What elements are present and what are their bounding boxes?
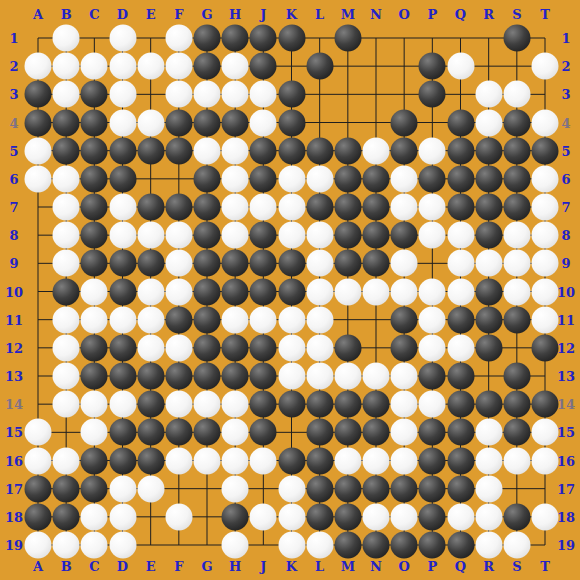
white-stone — [447, 222, 474, 249]
black-stone — [81, 137, 108, 164]
white-stone — [419, 306, 446, 333]
col-label-bottom: A — [33, 559, 43, 574]
black-stone — [391, 306, 418, 333]
black-stone — [334, 532, 361, 559]
white-stone — [532, 222, 559, 249]
white-stone — [25, 137, 52, 164]
black-stone — [419, 363, 446, 390]
white-stone — [391, 165, 418, 192]
black-stone — [475, 334, 502, 361]
black-stone — [503, 503, 530, 530]
black-stone — [503, 165, 530, 192]
black-stone — [334, 194, 361, 221]
row-label-left: 1 — [9, 31, 18, 46]
black-stone — [137, 419, 164, 446]
white-stone — [81, 391, 108, 418]
black-stone — [194, 165, 221, 192]
white-stone — [475, 475, 502, 502]
black-stone — [475, 391, 502, 418]
white-stone — [447, 53, 474, 80]
white-stone — [250, 503, 277, 530]
black-stone — [194, 419, 221, 446]
col-label-bottom: M — [341, 559, 355, 574]
white-stone — [334, 447, 361, 474]
black-stone — [419, 81, 446, 108]
white-stone — [250, 81, 277, 108]
black-stone — [109, 137, 136, 164]
black-stone — [503, 194, 530, 221]
white-stone — [532, 165, 559, 192]
black-stone — [363, 165, 390, 192]
white-stone — [194, 391, 221, 418]
col-label-top: D — [117, 7, 128, 22]
white-stone — [53, 53, 80, 80]
white-stone — [363, 447, 390, 474]
row-label-left: 6 — [9, 171, 18, 186]
black-stone — [53, 278, 80, 305]
black-stone — [363, 250, 390, 277]
black-stone — [194, 53, 221, 80]
white-stone — [278, 306, 305, 333]
white-stone — [25, 532, 52, 559]
white-stone — [532, 503, 559, 530]
col-label-top: S — [512, 7, 521, 22]
white-stone — [475, 503, 502, 530]
black-stone — [222, 25, 249, 52]
black-stone — [81, 222, 108, 249]
white-stone — [306, 334, 333, 361]
white-stone — [419, 334, 446, 361]
col-label-bottom: L — [315, 559, 324, 574]
row-label-right: 17 — [557, 481, 575, 496]
black-stone — [503, 363, 530, 390]
black-stone — [25, 81, 52, 108]
black-stone — [194, 334, 221, 361]
black-stone — [81, 363, 108, 390]
black-stone — [503, 25, 530, 52]
white-stone — [278, 363, 305, 390]
white-stone — [334, 363, 361, 390]
col-label-bottom: B — [61, 559, 72, 574]
row-label-right: 3 — [561, 87, 570, 102]
black-stone — [25, 503, 52, 530]
white-stone — [532, 250, 559, 277]
black-stone — [194, 278, 221, 305]
row-label-left: 2 — [9, 59, 18, 74]
col-label-top: K — [286, 7, 297, 22]
black-stone — [194, 250, 221, 277]
black-stone — [363, 194, 390, 221]
col-label-bottom: S — [512, 559, 521, 574]
white-stone — [53, 447, 80, 474]
white-stone — [363, 278, 390, 305]
white-stone — [447, 503, 474, 530]
col-label-top: Q — [455, 7, 466, 22]
white-stone — [391, 250, 418, 277]
white-stone — [81, 532, 108, 559]
row-label-right: 10 — [557, 284, 575, 299]
black-stone — [109, 447, 136, 474]
col-label-bottom: J — [260, 559, 266, 574]
black-stone — [475, 306, 502, 333]
row-label-left: 15 — [5, 425, 23, 440]
black-stone — [222, 250, 249, 277]
col-label-bottom: P — [427, 559, 437, 574]
white-stone — [109, 475, 136, 502]
black-stone — [447, 391, 474, 418]
black-stone — [222, 334, 249, 361]
row-label-right: 12 — [557, 340, 575, 355]
white-stone — [109, 503, 136, 530]
white-stone — [25, 447, 52, 474]
black-stone — [278, 137, 305, 164]
col-label-bottom: C — [89, 559, 99, 574]
black-stone — [137, 363, 164, 390]
col-label-bottom: F — [174, 559, 183, 574]
col-label-top: F — [174, 7, 183, 22]
white-stone — [278, 475, 305, 502]
white-stone — [137, 278, 164, 305]
white-stone — [109, 109, 136, 136]
white-stone — [194, 137, 221, 164]
white-stone — [503, 222, 530, 249]
go-board[interactable]: AABBCCDDEEFFGGHHJJKKLLMMNNOOPPQQRRSSTT11… — [0, 0, 580, 580]
black-stone — [250, 250, 277, 277]
white-stone — [165, 250, 192, 277]
black-stone — [194, 363, 221, 390]
black-stone — [81, 475, 108, 502]
white-stone — [165, 81, 192, 108]
white-stone — [391, 278, 418, 305]
row-label-right: 14 — [557, 397, 575, 412]
col-label-bottom: D — [117, 559, 128, 574]
black-stone — [391, 137, 418, 164]
row-label-left: 16 — [5, 453, 23, 468]
black-stone — [447, 475, 474, 502]
col-label-top: P — [427, 7, 437, 22]
col-label-bottom: Q — [455, 559, 466, 574]
white-stone — [532, 419, 559, 446]
white-stone — [222, 391, 249, 418]
white-stone — [222, 53, 249, 80]
black-stone — [475, 165, 502, 192]
row-label-left: 13 — [5, 369, 23, 384]
row-label-right: 13 — [557, 369, 575, 384]
black-stone — [306, 53, 333, 80]
row-label-left: 4 — [9, 115, 18, 130]
black-stone — [194, 109, 221, 136]
black-stone — [81, 165, 108, 192]
black-stone — [363, 391, 390, 418]
black-stone — [419, 165, 446, 192]
white-stone — [391, 419, 418, 446]
white-stone — [53, 222, 80, 249]
white-stone — [53, 165, 80, 192]
white-stone — [137, 109, 164, 136]
black-stone — [222, 363, 249, 390]
black-stone — [250, 391, 277, 418]
black-stone — [532, 334, 559, 361]
white-stone — [222, 419, 249, 446]
white-stone — [109, 81, 136, 108]
white-stone — [165, 391, 192, 418]
white-stone — [53, 363, 80, 390]
white-stone — [503, 81, 530, 108]
row-label-right: 19 — [557, 538, 575, 553]
white-stone — [53, 334, 80, 361]
white-stone — [194, 447, 221, 474]
black-stone — [278, 447, 305, 474]
row-label-left: 10 — [5, 284, 23, 299]
white-stone — [250, 194, 277, 221]
col-label-top: H — [229, 7, 241, 22]
white-stone — [419, 391, 446, 418]
black-stone — [306, 503, 333, 530]
white-stone — [53, 81, 80, 108]
white-stone — [419, 194, 446, 221]
white-stone — [278, 503, 305, 530]
black-stone — [137, 194, 164, 221]
white-stone — [306, 278, 333, 305]
black-stone — [278, 278, 305, 305]
white-stone — [53, 391, 80, 418]
black-stone — [334, 475, 361, 502]
white-stone — [419, 278, 446, 305]
white-stone — [278, 165, 305, 192]
black-stone — [53, 475, 80, 502]
row-label-left: 11 — [5, 312, 23, 327]
row-label-right: 8 — [561, 228, 570, 243]
black-stone — [363, 532, 390, 559]
black-stone — [391, 532, 418, 559]
col-label-top: J — [260, 7, 266, 22]
white-stone — [532, 109, 559, 136]
black-stone — [109, 278, 136, 305]
black-stone — [419, 53, 446, 80]
white-stone — [165, 503, 192, 530]
col-label-bottom: E — [146, 559, 156, 574]
white-stone — [278, 194, 305, 221]
row-label-left: 8 — [9, 228, 18, 243]
white-stone — [306, 306, 333, 333]
black-stone — [278, 391, 305, 418]
white-stone — [53, 194, 80, 221]
black-stone — [503, 137, 530, 164]
white-stone — [137, 334, 164, 361]
black-stone — [222, 109, 249, 136]
black-stone — [447, 447, 474, 474]
black-stone — [334, 137, 361, 164]
white-stone — [447, 334, 474, 361]
white-stone — [278, 532, 305, 559]
white-stone — [222, 137, 249, 164]
black-stone — [81, 109, 108, 136]
white-stone — [137, 475, 164, 502]
black-stone — [306, 391, 333, 418]
black-stone — [53, 109, 80, 136]
black-stone — [165, 109, 192, 136]
col-label-bottom: R — [483, 559, 494, 574]
black-stone — [391, 109, 418, 136]
black-stone — [109, 363, 136, 390]
black-stone — [165, 194, 192, 221]
white-stone — [109, 53, 136, 80]
row-label-right: 7 — [561, 200, 570, 215]
black-stone — [334, 250, 361, 277]
black-stone — [532, 137, 559, 164]
white-stone — [503, 278, 530, 305]
white-stone — [53, 25, 80, 52]
col-label-bottom: G — [201, 559, 212, 574]
row-label-right: 15 — [557, 425, 575, 440]
row-label-right: 4 — [561, 115, 570, 130]
white-stone — [137, 222, 164, 249]
white-stone — [222, 475, 249, 502]
white-stone — [391, 363, 418, 390]
black-stone — [363, 419, 390, 446]
black-stone — [475, 222, 502, 249]
black-stone — [53, 137, 80, 164]
black-stone — [165, 363, 192, 390]
white-stone — [137, 306, 164, 333]
black-stone — [447, 363, 474, 390]
white-stone — [419, 137, 446, 164]
black-stone — [503, 306, 530, 333]
white-stone — [503, 250, 530, 277]
white-stone — [475, 81, 502, 108]
white-stone — [81, 306, 108, 333]
black-stone — [306, 475, 333, 502]
black-stone — [194, 306, 221, 333]
black-stone — [222, 278, 249, 305]
black-stone — [334, 334, 361, 361]
black-stone — [250, 334, 277, 361]
black-stone — [25, 475, 52, 502]
black-stone — [278, 109, 305, 136]
row-label-left: 18 — [5, 509, 23, 524]
black-stone — [363, 222, 390, 249]
white-stone — [447, 250, 474, 277]
row-label-right: 11 — [557, 312, 575, 327]
row-label-right: 2 — [561, 59, 570, 74]
black-stone — [250, 137, 277, 164]
white-stone — [306, 363, 333, 390]
black-stone — [81, 194, 108, 221]
black-stone — [391, 222, 418, 249]
row-label-right: 6 — [561, 171, 570, 186]
black-stone — [334, 419, 361, 446]
white-stone — [109, 306, 136, 333]
black-stone — [194, 194, 221, 221]
white-stone — [81, 53, 108, 80]
black-stone — [137, 391, 164, 418]
white-stone — [25, 53, 52, 80]
white-stone — [137, 53, 164, 80]
black-stone — [53, 503, 80, 530]
white-stone — [25, 419, 52, 446]
black-stone — [419, 503, 446, 530]
black-stone — [81, 250, 108, 277]
white-stone — [278, 222, 305, 249]
col-label-bottom: T — [540, 559, 550, 574]
black-stone — [306, 447, 333, 474]
col-label-top: N — [370, 7, 382, 22]
row-label-left: 7 — [9, 200, 18, 215]
col-label-top: C — [89, 7, 99, 22]
black-stone — [165, 306, 192, 333]
col-label-top: E — [146, 7, 156, 22]
black-stone — [334, 25, 361, 52]
row-label-left: 14 — [5, 397, 23, 412]
white-stone — [391, 447, 418, 474]
white-stone — [109, 222, 136, 249]
white-stone — [306, 222, 333, 249]
white-stone — [250, 447, 277, 474]
white-stone — [532, 447, 559, 474]
row-label-left: 12 — [5, 340, 23, 355]
black-stone — [447, 419, 474, 446]
white-stone — [475, 532, 502, 559]
col-label-top: T — [540, 7, 550, 22]
white-stone — [222, 532, 249, 559]
white-stone — [334, 278, 361, 305]
white-stone — [532, 194, 559, 221]
black-stone — [250, 222, 277, 249]
white-stone — [25, 165, 52, 192]
white-stone — [391, 391, 418, 418]
col-label-top: R — [483, 7, 494, 22]
col-label-top: A — [33, 7, 43, 22]
black-stone — [278, 25, 305, 52]
row-label-right: 5 — [561, 143, 570, 158]
black-stone — [503, 391, 530, 418]
black-stone — [250, 419, 277, 446]
black-stone — [391, 475, 418, 502]
black-stone — [81, 447, 108, 474]
white-stone — [306, 165, 333, 192]
white-stone — [306, 532, 333, 559]
white-stone — [53, 306, 80, 333]
black-stone — [109, 250, 136, 277]
white-stone — [503, 532, 530, 559]
row-label-left: 17 — [5, 481, 23, 496]
white-stone — [250, 306, 277, 333]
col-label-top: M — [341, 7, 355, 22]
black-stone — [137, 250, 164, 277]
white-stone — [222, 194, 249, 221]
row-label-right: 18 — [557, 509, 575, 524]
white-stone — [475, 250, 502, 277]
white-stone — [165, 334, 192, 361]
col-label-top: L — [315, 7, 324, 22]
black-stone — [503, 419, 530, 446]
col-label-top: G — [201, 7, 212, 22]
black-stone — [25, 109, 52, 136]
white-stone — [532, 53, 559, 80]
white-stone — [81, 503, 108, 530]
black-stone — [475, 194, 502, 221]
black-stone — [363, 475, 390, 502]
black-stone — [109, 334, 136, 361]
white-stone — [475, 419, 502, 446]
white-stone — [109, 391, 136, 418]
black-stone — [532, 391, 559, 418]
white-stone — [503, 447, 530, 474]
black-stone — [306, 419, 333, 446]
white-stone — [165, 278, 192, 305]
black-stone — [222, 503, 249, 530]
black-stone — [475, 137, 502, 164]
